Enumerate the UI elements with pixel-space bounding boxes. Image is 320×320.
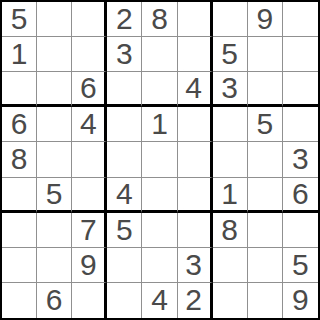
cell-r1c9[interactable] <box>283 2 318 37</box>
cell-r6c8[interactable] <box>248 178 283 213</box>
cell-r9c6: 2 <box>178 283 213 318</box>
cell-r7c1[interactable] <box>2 213 37 248</box>
cell-r8c3: 9 <box>72 248 107 283</box>
cell-r3c5[interactable] <box>142 72 177 107</box>
cell-r1c5: 8 <box>142 2 177 37</box>
cell-r6c9: 6 <box>283 178 318 213</box>
cell-r6c2: 5 <box>37 178 72 213</box>
cell-r6c3[interactable] <box>72 178 107 213</box>
cell-r9c3[interactable] <box>72 283 107 318</box>
cell-r9c8[interactable] <box>248 283 283 318</box>
cell-r7c5[interactable] <box>142 213 177 248</box>
cell-r3c9[interactable] <box>283 72 318 107</box>
cell-r8c4[interactable] <box>107 248 142 283</box>
cell-r2c7: 5 <box>213 37 248 72</box>
cell-r8c7[interactable] <box>213 248 248 283</box>
cell-r7c6[interactable] <box>178 213 213 248</box>
cell-r7c8[interactable] <box>248 213 283 248</box>
cell-r9c5: 4 <box>142 283 177 318</box>
sudoku-board: 528913564364158354167589356429 <box>0 0 320 320</box>
cell-r3c1[interactable] <box>2 72 37 107</box>
cell-r1c3[interactable] <box>72 2 107 37</box>
cell-r2c6[interactable] <box>178 37 213 72</box>
cell-r8c2[interactable] <box>37 248 72 283</box>
cell-r4c4[interactable] <box>107 107 142 142</box>
cell-r4c6[interactable] <box>178 107 213 142</box>
cell-r7c3: 7 <box>72 213 107 248</box>
cell-r5c2[interactable] <box>37 142 72 177</box>
cell-r9c7[interactable] <box>213 283 248 318</box>
cell-r6c5[interactable] <box>142 178 177 213</box>
cell-r4c5: 1 <box>142 107 177 142</box>
cell-r8c5[interactable] <box>142 248 177 283</box>
cell-r8c8[interactable] <box>248 248 283 283</box>
cell-r8c6: 3 <box>178 248 213 283</box>
cell-r5c7[interactable] <box>213 142 248 177</box>
cell-r4c9[interactable] <box>283 107 318 142</box>
cell-r1c6[interactable] <box>178 2 213 37</box>
cell-r6c6[interactable] <box>178 178 213 213</box>
cell-r5c1: 8 <box>2 142 37 177</box>
cell-r1c1: 5 <box>2 2 37 37</box>
cell-r4c3: 4 <box>72 107 107 142</box>
cell-r7c7: 8 <box>213 213 248 248</box>
cell-r4c1: 6 <box>2 107 37 142</box>
cell-r3c7: 3 <box>213 72 248 107</box>
cell-r7c4: 5 <box>107 213 142 248</box>
cell-r1c4: 2 <box>107 2 142 37</box>
cell-r3c8[interactable] <box>248 72 283 107</box>
cell-r5c4[interactable] <box>107 142 142 177</box>
cell-r1c8: 9 <box>248 2 283 37</box>
cell-r4c8: 5 <box>248 107 283 142</box>
cell-r8c9: 5 <box>283 248 318 283</box>
cell-r3c4[interactable] <box>107 72 142 107</box>
cell-r8c1[interactable] <box>2 248 37 283</box>
cell-r4c2[interactable] <box>37 107 72 142</box>
cell-r3c2[interactable] <box>37 72 72 107</box>
cell-r2c4: 3 <box>107 37 142 72</box>
cell-r6c4: 4 <box>107 178 142 213</box>
cell-r6c7: 1 <box>213 178 248 213</box>
cell-r1c7[interactable] <box>213 2 248 37</box>
cell-r9c2: 6 <box>37 283 72 318</box>
cell-r9c9: 9 <box>283 283 318 318</box>
cell-r2c2[interactable] <box>37 37 72 72</box>
cell-r3c3: 6 <box>72 72 107 107</box>
cell-r7c2[interactable] <box>37 213 72 248</box>
cell-r5c9: 3 <box>283 142 318 177</box>
cell-r5c8[interactable] <box>248 142 283 177</box>
cell-r5c6[interactable] <box>178 142 213 177</box>
cell-r7c9[interactable] <box>283 213 318 248</box>
cell-r2c8[interactable] <box>248 37 283 72</box>
cell-r2c3[interactable] <box>72 37 107 72</box>
cell-r2c1: 1 <box>2 37 37 72</box>
cell-r5c5[interactable] <box>142 142 177 177</box>
cell-r4c7[interactable] <box>213 107 248 142</box>
cell-r2c9[interactable] <box>283 37 318 72</box>
cell-r3c6: 4 <box>178 72 213 107</box>
cell-r9c1[interactable] <box>2 283 37 318</box>
cell-r1c2[interactable] <box>37 2 72 37</box>
cell-r2c5[interactable] <box>142 37 177 72</box>
cell-r9c4[interactable] <box>107 283 142 318</box>
cell-r5c3[interactable] <box>72 142 107 177</box>
cell-r6c1[interactable] <box>2 178 37 213</box>
